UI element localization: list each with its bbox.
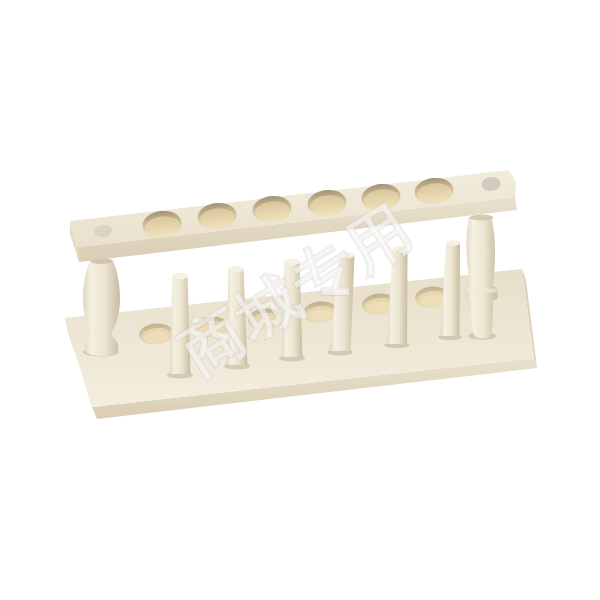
left-end-post: [83, 258, 120, 356]
right-post-top-cap: [470, 215, 494, 221]
test-tube-rack-illustration: 商城专用: [0, 0, 600, 600]
right-post-collar-highlight: [466, 289, 498, 293]
product-photo: 商城专用: [0, 0, 600, 600]
